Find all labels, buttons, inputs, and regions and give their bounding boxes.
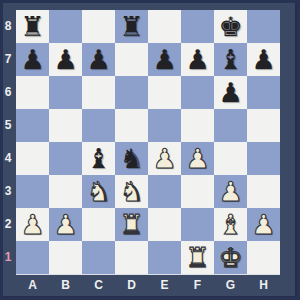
square-a7[interactable]: ♟	[16, 43, 49, 76]
square-c3[interactable]: ♞	[82, 175, 115, 208]
rank-label-1: 1	[0, 241, 16, 274]
rank-label-3: 3	[0, 175, 16, 208]
square-c7[interactable]: ♟	[82, 43, 115, 76]
piece-white-pawn[interactable]: ♟	[251, 208, 275, 241]
piece-white-pawn[interactable]: ♟	[20, 208, 44, 241]
square-d4[interactable]: ♞	[115, 142, 148, 175]
square-b8[interactable]	[49, 10, 82, 43]
square-a5[interactable]	[16, 109, 49, 142]
square-e7[interactable]: ♟	[148, 43, 181, 76]
square-d7[interactable]	[115, 43, 148, 76]
rank-label-8: 8	[0, 10, 16, 43]
square-e1[interactable]	[148, 241, 181, 274]
square-d3[interactable]: ♞	[115, 175, 148, 208]
square-b1[interactable]	[49, 241, 82, 274]
chess-board: ♜♜♚♟♟♟♟♟♝♟♟♝♞♟♟♞♞♟♟♟♜♝♟♜♚	[16, 10, 280, 274]
square-g5[interactable]	[214, 109, 247, 142]
piece-white-rook[interactable]: ♜	[119, 208, 143, 241]
square-d1[interactable]	[115, 241, 148, 274]
piece-white-knight[interactable]: ♞	[119, 175, 143, 208]
file-label-d: D	[115, 276, 148, 296]
file-label-e: E	[148, 276, 181, 296]
rank-label-5: 5	[0, 109, 16, 142]
square-f2[interactable]	[181, 208, 214, 241]
square-a8[interactable]: ♜	[16, 10, 49, 43]
file-label-c: C	[82, 276, 115, 296]
square-h2[interactable]: ♟	[247, 208, 280, 241]
piece-black-rook[interactable]: ♜	[20, 10, 44, 43]
square-h1[interactable]	[247, 241, 280, 274]
square-e4[interactable]: ♟	[148, 142, 181, 175]
square-a3[interactable]	[16, 175, 49, 208]
rank-label-7: 7	[0, 43, 16, 76]
file-label-a: A	[16, 276, 49, 296]
square-c1[interactable]	[82, 241, 115, 274]
file-labels: ABCDEFGH	[16, 276, 280, 296]
square-h7[interactable]: ♟	[247, 43, 280, 76]
piece-black-bishop[interactable]: ♝	[86, 142, 110, 175]
square-d8[interactable]: ♜	[115, 10, 148, 43]
square-c8[interactable]	[82, 10, 115, 43]
square-f4[interactable]: ♟	[181, 142, 214, 175]
piece-black-rook[interactable]: ♜	[119, 10, 143, 43]
square-f3[interactable]	[181, 175, 214, 208]
square-e5[interactable]	[148, 109, 181, 142]
square-a1[interactable]	[16, 241, 49, 274]
square-b6[interactable]	[49, 76, 82, 109]
square-g8[interactable]: ♚	[214, 10, 247, 43]
square-a4[interactable]	[16, 142, 49, 175]
square-h8[interactable]	[247, 10, 280, 43]
piece-white-rook[interactable]: ♜	[185, 241, 209, 274]
piece-black-pawn[interactable]: ♟	[218, 76, 242, 109]
piece-black-king[interactable]: ♚	[218, 10, 242, 43]
square-h6[interactable]	[247, 76, 280, 109]
piece-black-bishop[interactable]: ♝	[218, 43, 242, 76]
piece-black-pawn[interactable]: ♟	[152, 43, 176, 76]
square-e6[interactable]	[148, 76, 181, 109]
square-f1[interactable]: ♜	[181, 241, 214, 274]
square-d6[interactable]	[115, 76, 148, 109]
piece-black-pawn[interactable]: ♟	[53, 43, 77, 76]
piece-black-pawn[interactable]: ♟	[86, 43, 110, 76]
file-label-b: B	[49, 276, 82, 296]
square-b4[interactable]	[49, 142, 82, 175]
square-f6[interactable]	[181, 76, 214, 109]
square-h5[interactable]	[247, 109, 280, 142]
rank-labels: 87654321	[0, 10, 16, 274]
square-h3[interactable]	[247, 175, 280, 208]
square-h4[interactable]	[247, 142, 280, 175]
square-a6[interactable]	[16, 76, 49, 109]
square-b3[interactable]	[49, 175, 82, 208]
file-label-f: F	[181, 276, 214, 296]
piece-white-king[interactable]: ♚	[218, 241, 242, 274]
piece-black-pawn[interactable]: ♟	[185, 43, 209, 76]
piece-white-knight[interactable]: ♞	[86, 175, 110, 208]
file-label-h: H	[247, 276, 280, 296]
file-label-g: G	[214, 276, 247, 296]
piece-white-pawn[interactable]: ♟	[53, 208, 77, 241]
piece-black-knight[interactable]: ♞	[119, 142, 143, 175]
square-b7[interactable]: ♟	[49, 43, 82, 76]
square-g7[interactable]: ♝	[214, 43, 247, 76]
square-d2[interactable]: ♜	[115, 208, 148, 241]
square-a2[interactable]: ♟	[16, 208, 49, 241]
rank-label-6: 6	[0, 76, 16, 109]
square-g6[interactable]: ♟	[214, 76, 247, 109]
rank-label-4: 4	[0, 142, 16, 175]
square-g1[interactable]: ♚	[214, 241, 247, 274]
square-c6[interactable]	[82, 76, 115, 109]
square-e2[interactable]	[148, 208, 181, 241]
piece-white-bishop[interactable]: ♝	[218, 208, 242, 241]
square-c4[interactable]: ♝	[82, 142, 115, 175]
piece-white-pawn[interactable]: ♟	[218, 175, 242, 208]
square-c5[interactable]	[82, 109, 115, 142]
piece-black-pawn[interactable]: ♟	[251, 43, 275, 76]
piece-black-pawn[interactable]: ♟	[20, 43, 44, 76]
square-f7[interactable]: ♟	[181, 43, 214, 76]
square-b5[interactable]	[49, 109, 82, 142]
square-e8[interactable]	[148, 10, 181, 43]
piece-white-pawn[interactable]: ♟	[152, 142, 176, 175]
square-c2[interactable]	[82, 208, 115, 241]
square-f8[interactable]	[181, 10, 214, 43]
square-f5[interactable]	[181, 109, 214, 142]
square-g3[interactable]: ♟	[214, 175, 247, 208]
square-g2[interactable]: ♝	[214, 208, 247, 241]
rank-label-2: 2	[0, 208, 16, 241]
square-e3[interactable]	[148, 175, 181, 208]
chess-diagram-frame: 87654321 ♜♜♚♟♟♟♟♟♝♟♟♝♞♟♟♞♞♟♟♟♜♝♟♜♚ ABCDE…	[0, 0, 300, 300]
square-b2[interactable]: ♟	[49, 208, 82, 241]
piece-white-pawn[interactable]: ♟	[185, 142, 209, 175]
square-g4[interactable]	[214, 142, 247, 175]
square-d5[interactable]	[115, 109, 148, 142]
